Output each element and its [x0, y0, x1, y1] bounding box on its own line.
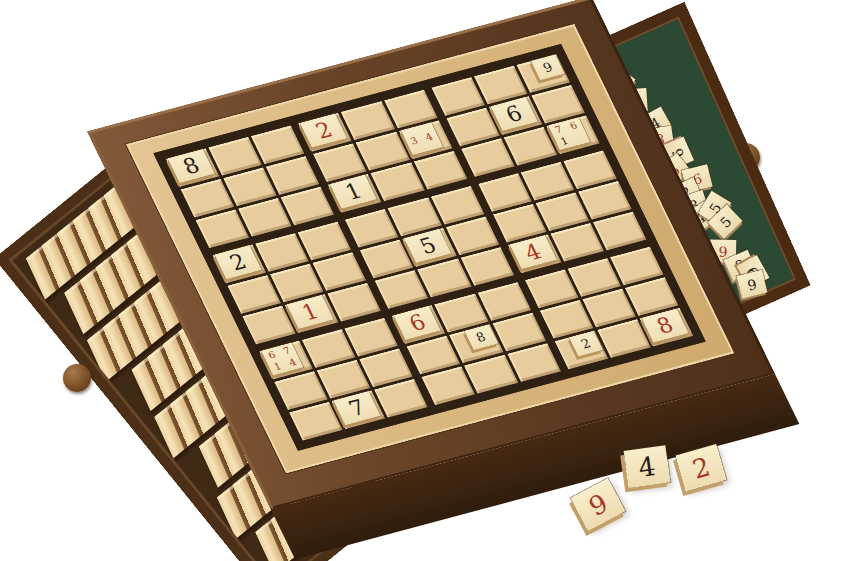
- number-tile-r5c5[interactable]: 5: [405, 229, 452, 263]
- cell-r9c6[interactable]: [507, 343, 560, 382]
- number-tile-r9c9[interactable]: 8: [642, 309, 689, 343]
- cell-r6c9[interactable]: [593, 212, 646, 251]
- number-tile-r1c9[interactable]: 9: [531, 55, 564, 80]
- pencil-mark: 4: [287, 358, 298, 369]
- pencil-mark: 7: [553, 124, 564, 135]
- cell-r3c6[interactable]: [414, 151, 467, 190]
- cell-r3c9[interactable]: 761: [546, 116, 599, 155]
- left-drawer-knob[interactable]: [63, 364, 91, 392]
- pencil-marks: 6714: [261, 343, 303, 375]
- pencil-tile-r3c9[interactable]: 761: [548, 118, 590, 150]
- number-tile-r8c5[interactable]: 8: [464, 325, 497, 350]
- pencil-mark: 6: [568, 120, 579, 131]
- number-tile-r1c1[interactable]: 8: [168, 149, 215, 183]
- number-tile-r3c4[interactable]: 1: [330, 175, 377, 209]
- cell-r9c3[interactable]: [374, 379, 427, 418]
- number-tile-r7c4[interactable]: 6: [394, 306, 441, 340]
- sudoku-box-photo: 56484956284559969 8234196761215467147682…: [0, 0, 850, 561]
- cell-r9c9[interactable]: 8: [640, 308, 693, 347]
- pencil-marks: 761: [548, 118, 590, 150]
- drawer-tile[interactable]: 9: [737, 270, 768, 299]
- cell-r3c3[interactable]: [281, 187, 334, 226]
- number-tile-r6c2[interactable]: 1: [287, 295, 334, 329]
- pencil-mark: 1: [273, 362, 284, 373]
- number-tile-r1c4[interactable]: 2: [301, 114, 348, 148]
- cell-r6c6[interactable]: [460, 247, 513, 286]
- pencil-marks: 34: [401, 123, 443, 155]
- cell-r6c3[interactable]: [328, 283, 381, 322]
- number-tile-r9c2[interactable]: 7: [334, 391, 381, 425]
- pencil-mark: 6: [267, 350, 278, 361]
- pencil-mark: 7: [282, 346, 293, 357]
- loose-tile[interactable]: 4: [624, 445, 671, 487]
- pencil-mark: 3: [409, 135, 420, 146]
- pencil-mark: 1: [559, 137, 570, 148]
- pencil-tile-r7c1[interactable]: 6714: [261, 343, 303, 375]
- pencil-tile-r2c6[interactable]: 34: [401, 123, 443, 155]
- number-tile-r6c7[interactable]: 4: [510, 235, 557, 269]
- number-tile-r4c1[interactable]: 2: [215, 245, 262, 279]
- loose-tile[interactable]: 9: [571, 478, 625, 530]
- number-tile-r2c8[interactable]: 6: [491, 97, 538, 131]
- number-tile-r9c7[interactable]: 2: [569, 331, 602, 356]
- pencil-mark: 4: [424, 131, 435, 142]
